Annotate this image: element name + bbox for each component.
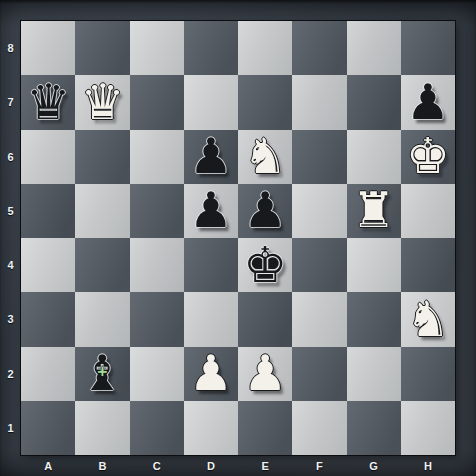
- square-b8[interactable]: [75, 21, 129, 75]
- square-b7[interactable]: ♛: [75, 75, 129, 129]
- square-d3[interactable]: [184, 292, 238, 346]
- square-f8[interactable]: [292, 21, 346, 75]
- square-h5[interactable]: [401, 184, 455, 238]
- square-h7[interactable]: ♟: [401, 75, 455, 129]
- square-c2[interactable]: [130, 347, 184, 401]
- file-label-f: F: [292, 455, 346, 476]
- rank-label-5: 5: [0, 184, 21, 238]
- square-f7[interactable]: [292, 75, 346, 129]
- square-b6[interactable]: [75, 130, 129, 184]
- file-label-c: C: [130, 455, 184, 476]
- square-f3[interactable]: [292, 292, 346, 346]
- piece-white-knight[interactable]: ♞: [401, 292, 455, 346]
- piece-white-queen[interactable]: ♛: [75, 75, 129, 129]
- square-g1[interactable]: [347, 401, 401, 455]
- square-c3[interactable]: [130, 292, 184, 346]
- file-label-a: A: [21, 455, 75, 476]
- rank-label-3: 3: [0, 292, 21, 346]
- square-g2[interactable]: [347, 347, 401, 401]
- chess-board-frame: ♛♛♟♟♞♚♟♟♜♚♞♝+♟♟ 87654321 ABCDEFGH: [0, 0, 476, 476]
- piece-white-rook[interactable]: ♜: [347, 184, 401, 238]
- square-g8[interactable]: [347, 21, 401, 75]
- rank-label-7: 7: [0, 75, 21, 129]
- piece-white-pawn[interactable]: ♟: [238, 347, 292, 401]
- square-a1[interactable]: [21, 401, 75, 455]
- square-b2[interactable]: ♝+: [75, 347, 129, 401]
- square-d2[interactable]: ♟: [184, 347, 238, 401]
- piece-black-pawn[interactable]: ♟: [401, 75, 455, 129]
- square-e5[interactable]: ♟: [238, 184, 292, 238]
- rank-label-6: 6: [0, 130, 21, 184]
- rank-label-1: 1: [0, 401, 21, 455]
- square-d4[interactable]: [184, 238, 238, 292]
- piece-white-knight[interactable]: ♞: [238, 130, 292, 184]
- square-f6[interactable]: [292, 130, 346, 184]
- square-h2[interactable]: [401, 347, 455, 401]
- piece-black-pawn[interactable]: ♟: [184, 130, 238, 184]
- square-a2[interactable]: [21, 347, 75, 401]
- square-d6[interactable]: ♟: [184, 130, 238, 184]
- piece-white-king[interactable]: ♚: [401, 130, 455, 184]
- square-g6[interactable]: [347, 130, 401, 184]
- square-h1[interactable]: [401, 401, 455, 455]
- square-b4[interactable]: [75, 238, 129, 292]
- square-a7[interactable]: ♛: [21, 75, 75, 129]
- file-label-h: H: [401, 455, 455, 476]
- square-h3[interactable]: ♞: [401, 292, 455, 346]
- square-c4[interactable]: [130, 238, 184, 292]
- piece-black-queen[interactable]: ♛: [21, 75, 75, 129]
- file-label-d: D: [184, 455, 238, 476]
- square-c6[interactable]: [130, 130, 184, 184]
- square-e6[interactable]: ♞: [238, 130, 292, 184]
- square-d7[interactable]: [184, 75, 238, 129]
- square-e2[interactable]: ♟: [238, 347, 292, 401]
- square-a6[interactable]: [21, 130, 75, 184]
- square-h4[interactable]: [401, 238, 455, 292]
- square-g7[interactable]: [347, 75, 401, 129]
- square-b5[interactable]: [75, 184, 129, 238]
- piece-black-king[interactable]: ♚: [238, 238, 292, 292]
- square-a4[interactable]: [21, 238, 75, 292]
- square-f2[interactable]: [292, 347, 346, 401]
- square-a3[interactable]: [21, 292, 75, 346]
- square-e1[interactable]: [238, 401, 292, 455]
- square-c8[interactable]: [130, 21, 184, 75]
- square-g5[interactable]: ♜: [347, 184, 401, 238]
- square-e3[interactable]: [238, 292, 292, 346]
- square-d1[interactable]: [184, 401, 238, 455]
- bishop-cross-accent: +: [97, 364, 109, 378]
- square-c1[interactable]: [130, 401, 184, 455]
- rank-label-4: 4: [0, 238, 21, 292]
- square-c5[interactable]: [130, 184, 184, 238]
- square-f4[interactable]: [292, 238, 346, 292]
- square-h8[interactable]: [401, 21, 455, 75]
- square-d5[interactable]: ♟: [184, 184, 238, 238]
- square-b1[interactable]: [75, 401, 129, 455]
- file-label-b: B: [75, 455, 129, 476]
- rank-label-2: 2: [0, 347, 21, 401]
- square-g3[interactable]: [347, 292, 401, 346]
- square-e4[interactable]: ♚: [238, 238, 292, 292]
- square-e7[interactable]: [238, 75, 292, 129]
- file-label-g: G: [347, 455, 401, 476]
- square-g4[interactable]: [347, 238, 401, 292]
- piece-black-bishop[interactable]: ♝+: [75, 347, 129, 401]
- square-a5[interactable]: [21, 184, 75, 238]
- square-f5[interactable]: [292, 184, 346, 238]
- square-b3[interactable]: [75, 292, 129, 346]
- chess-board: ♛♛♟♟♞♚♟♟♜♚♞♝+♟♟: [21, 21, 455, 455]
- square-c7[interactable]: [130, 75, 184, 129]
- piece-black-pawn[interactable]: ♟: [184, 184, 238, 238]
- square-d8[interactable]: [184, 21, 238, 75]
- square-h6[interactable]: ♚: [401, 130, 455, 184]
- rank-label-8: 8: [0, 21, 21, 75]
- piece-white-pawn[interactable]: ♟: [184, 347, 238, 401]
- piece-black-pawn[interactable]: ♟: [238, 184, 292, 238]
- square-a8[interactable]: [21, 21, 75, 75]
- square-e8[interactable]: [238, 21, 292, 75]
- square-f1[interactable]: [292, 401, 346, 455]
- file-label-e: E: [238, 455, 292, 476]
